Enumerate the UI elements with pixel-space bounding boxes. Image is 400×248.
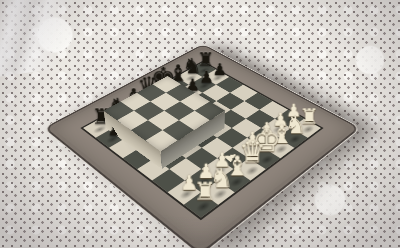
- chess-board: ♜♞♝♛♚♝♞♜♟♟♟♟♟♟♟♟♟♟♟♟♟♟♟♟♜♞♝♛♚♝♞♜: [44, 44, 361, 248]
- photo-of-chess-set: { "game": "chess", "scene": { "descripti…: [0, 0, 400, 248]
- piece-black-pawn-h7: ♟: [212, 62, 226, 78]
- scene: ♜♞♝♛♚♝♞♜♟♟♟♟♟♟♟♟♟♟♟♟♟♟♟♟♜♞♝♛♚♝♞♜: [0, 0, 400, 248]
- piece-black-pawn-g7: ♟: [199, 69, 214, 85]
- piece-white-rook-a1: ♜: [193, 180, 216, 205]
